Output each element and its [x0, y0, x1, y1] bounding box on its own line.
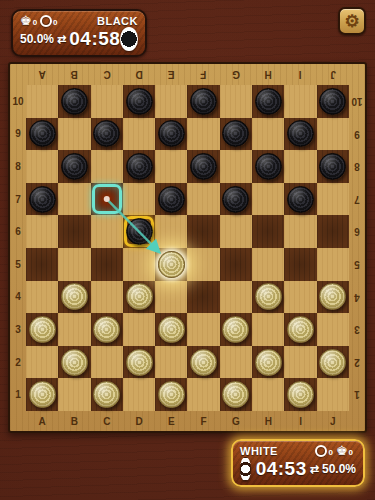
square-A6[interactable]	[26, 215, 58, 248]
square-J2[interactable]	[317, 346, 349, 379]
square-G7[interactable]	[220, 183, 252, 216]
black-piece-B8[interactable]	[61, 153, 88, 180]
file-label-bottom-H: H	[252, 411, 284, 431]
square-C2[interactable]	[91, 346, 123, 379]
black-piece-G9[interactable]	[222, 120, 249, 147]
rank-label-right-7: 7	[349, 183, 365, 216]
file-label-top-F: F	[187, 64, 219, 85]
white-piece-H4[interactable]	[255, 283, 282, 310]
rank-labels-left: 10987654321	[10, 85, 26, 411]
square-I4[interactable]	[284, 281, 316, 314]
square-I1[interactable]	[284, 378, 316, 411]
square-J6[interactable]	[317, 215, 349, 248]
rank-label-left-1: 1	[10, 378, 26, 411]
square-A5[interactable]	[26, 248, 58, 281]
rank-label-left-8: 8	[10, 150, 26, 183]
square-I7[interactable]	[284, 183, 316, 216]
square-D7[interactable]	[123, 183, 155, 216]
square-B4[interactable]	[58, 281, 90, 314]
square-C7[interactable]	[91, 183, 123, 216]
white-piece-I1[interactable]	[287, 381, 314, 408]
file-label-bottom-D: D	[123, 411, 155, 431]
square-G4[interactable]	[220, 281, 252, 314]
rank-label-right-6: 6	[349, 215, 365, 248]
black-captured-kings-icon: ♚	[20, 14, 32, 27]
white-piece-B2[interactable]	[61, 349, 88, 376]
square-B9[interactable]	[58, 118, 90, 151]
white-piece-D4[interactable]	[126, 283, 153, 310]
white-piece-J4[interactable]	[319, 283, 346, 310]
square-E9[interactable]	[155, 118, 187, 151]
file-label-top-A: A	[26, 64, 58, 85]
white-piece-A1[interactable]	[29, 381, 56, 408]
square-A7[interactable]	[26, 183, 58, 216]
black-timer: 04:58	[69, 28, 120, 50]
square-B7[interactable]	[58, 183, 90, 216]
black-piece-F8[interactable]	[190, 153, 217, 180]
white-captured-kings-count: 0	[349, 448, 353, 457]
rank-label-left-2: 2	[10, 346, 26, 379]
settings-button[interactable]: ⚙	[338, 7, 366, 35]
square-G1[interactable]	[220, 378, 252, 411]
black-piece-B10[interactable]	[61, 88, 88, 115]
square-I2[interactable]	[284, 346, 316, 379]
square-F7[interactable]	[187, 183, 219, 216]
square-D3[interactable]	[123, 313, 155, 346]
white-piece-A3[interactable]	[29, 316, 56, 343]
file-label-bottom-J: J	[317, 411, 349, 431]
square-F4[interactable]	[187, 281, 219, 314]
square-C4[interactable]	[91, 281, 123, 314]
move-from-highlight	[92, 184, 122, 215]
file-label-bottom-G: G	[220, 411, 252, 431]
square-E4[interactable]	[155, 281, 187, 314]
black-piece-F10[interactable]	[190, 88, 217, 115]
black-captured-men-icon	[40, 15, 52, 27]
black-piece-A9[interactable]	[29, 120, 56, 147]
square-G3[interactable]	[220, 313, 252, 346]
play-area	[26, 85, 349, 411]
square-G5[interactable]	[220, 248, 252, 281]
square-C6[interactable]	[91, 215, 123, 248]
square-H7[interactable]	[252, 183, 284, 216]
square-D5[interactable]	[123, 248, 155, 281]
square-A10[interactable]	[26, 85, 58, 118]
square-H10[interactable]	[252, 85, 284, 118]
white-captured-men-count: 0	[328, 448, 332, 457]
square-I3[interactable]	[284, 313, 316, 346]
square-I9[interactable]	[284, 118, 316, 151]
square-E7[interactable]	[155, 183, 187, 216]
square-E8[interactable]	[155, 150, 187, 183]
black-piece-H8[interactable]	[255, 153, 282, 180]
square-F5[interactable]	[187, 248, 219, 281]
file-label-top-G: G	[220, 64, 252, 85]
file-labels-top: ABCDEFGHIJ	[26, 64, 349, 85]
square-E5[interactable]	[155, 248, 187, 281]
black-piece-G7[interactable]	[222, 186, 249, 213]
square-G2[interactable]	[220, 346, 252, 379]
black-win-percentage: 50.0%	[20, 32, 54, 46]
gear-icon: ⚙	[344, 11, 359, 32]
square-F1[interactable]	[187, 378, 219, 411]
file-label-top-J: J	[317, 64, 349, 85]
rank-label-left-6: 6	[10, 215, 26, 248]
rank-label-left-10: 10	[10, 85, 26, 118]
square-D2[interactable]	[123, 346, 155, 379]
black-piece-A7[interactable]	[29, 186, 56, 213]
square-J8[interactable]	[317, 150, 349, 183]
white-piece-H2[interactable]	[255, 349, 282, 376]
rank-label-left-4: 4	[10, 281, 26, 314]
square-G9[interactable]	[220, 118, 252, 151]
file-label-bottom-C: C	[91, 411, 123, 431]
square-D8[interactable]	[123, 150, 155, 183]
white-win-percentage: 50.0%	[322, 462, 356, 476]
black-piece-H10[interactable]	[255, 88, 282, 115]
black-piece-J10[interactable]	[319, 88, 346, 115]
white-color-indicator-icon	[240, 457, 251, 481]
black-piece-I9[interactable]	[287, 120, 314, 147]
square-F3[interactable]	[187, 313, 219, 346]
white-piece-D2[interactable]	[126, 349, 153, 376]
square-E10[interactable]	[155, 85, 187, 118]
rank-label-right-3: 3	[349, 313, 365, 346]
white-timer: 04:53	[256, 458, 307, 480]
black-piece-E9[interactable]	[158, 120, 185, 147]
square-C5[interactable]	[91, 248, 123, 281]
square-E1[interactable]	[155, 378, 187, 411]
square-A4[interactable]	[26, 281, 58, 314]
rank-label-right-8: 8	[349, 150, 365, 183]
square-H6[interactable]	[252, 215, 284, 248]
square-A2[interactable]	[26, 346, 58, 379]
black-piece-D8[interactable]	[126, 153, 153, 180]
white-piece-E1[interactable]	[158, 381, 185, 408]
white-piece-J2[interactable]	[319, 349, 346, 376]
square-I5[interactable]	[284, 248, 316, 281]
square-A9[interactable]	[26, 118, 58, 151]
file-label-top-E: E	[155, 64, 187, 85]
black-captured-men-count: 0	[53, 18, 57, 27]
square-B3[interactable]	[58, 313, 90, 346]
square-B8[interactable]	[58, 150, 90, 183]
square-D4[interactable]	[123, 281, 155, 314]
black-piece-C9[interactable]	[93, 120, 120, 147]
square-G10[interactable]	[220, 85, 252, 118]
black-player-name: BLACK	[97, 15, 138, 27]
square-J7[interactable]	[317, 183, 349, 216]
white-piece-E3[interactable]	[158, 316, 185, 343]
square-D1[interactable]	[123, 378, 155, 411]
square-H4[interactable]	[252, 281, 284, 314]
white-piece-I3[interactable]	[287, 316, 314, 343]
square-C1[interactable]	[91, 378, 123, 411]
white-piece-C3[interactable]	[93, 316, 120, 343]
square-J9[interactable]	[317, 118, 349, 151]
white-player-panel: WHITE 0 ♚ 0 04:53 ⇄ 50.0%	[231, 439, 365, 487]
file-label-bottom-B: B	[58, 411, 90, 431]
square-E6[interactable]	[155, 215, 187, 248]
square-D6[interactable]	[123, 215, 155, 248]
square-F10[interactable]	[187, 85, 219, 118]
rank-label-left-7: 7	[10, 183, 26, 216]
file-label-bottom-E: E	[155, 411, 187, 431]
square-I10[interactable]	[284, 85, 316, 118]
file-label-bottom-F: F	[187, 411, 219, 431]
square-J4[interactable]	[317, 281, 349, 314]
file-label-top-H: H	[252, 64, 284, 85]
file-label-top-B: B	[58, 64, 90, 85]
file-labels-bottom: ABCDEFGHIJ	[26, 411, 349, 431]
square-F8[interactable]	[187, 150, 219, 183]
square-C3[interactable]	[91, 313, 123, 346]
rank-label-right-10: 10	[349, 85, 365, 118]
square-F2[interactable]	[187, 346, 219, 379]
black-captured-kings-count: 0	[33, 18, 37, 27]
square-F9[interactable]	[187, 118, 219, 151]
square-B2[interactable]	[58, 346, 90, 379]
square-F6[interactable]	[187, 215, 219, 248]
black-piece-D10[interactable]	[126, 88, 153, 115]
white-player-name: WHITE	[240, 445, 278, 457]
square-J3[interactable]	[317, 313, 349, 346]
square-H1[interactable]	[252, 378, 284, 411]
square-C10[interactable]	[91, 85, 123, 118]
file-label-bottom-A: A	[26, 411, 58, 431]
black-piece-D6[interactable]	[126, 218, 153, 245]
white-piece-G1[interactable]	[222, 381, 249, 408]
white-piece-B4[interactable]	[61, 283, 88, 310]
black-swap-arrows-icon: ⇄	[57, 33, 66, 46]
rank-labels-right: 10987654321	[349, 85, 365, 411]
square-G6[interactable]	[220, 215, 252, 248]
square-D9[interactable]	[123, 118, 155, 151]
white-swap-arrows-icon: ⇄	[310, 463, 319, 476]
square-A1[interactable]	[26, 378, 58, 411]
rank-label-right-2: 2	[349, 346, 365, 379]
square-E3[interactable]	[155, 313, 187, 346]
black-player-panel: ♚ 0 0 BLACK 50.0% ⇄ 04:58	[11, 9, 147, 57]
app-background: { "game": "checkers-international-draugh…	[0, 0, 375, 500]
square-B1[interactable]	[58, 378, 90, 411]
white-piece-G3[interactable]	[222, 316, 249, 343]
square-H8[interactable]	[252, 150, 284, 183]
square-J1[interactable]	[317, 378, 349, 411]
file-label-top-I: I	[284, 64, 316, 85]
square-C9[interactable]	[91, 118, 123, 151]
square-C8[interactable]	[91, 150, 123, 183]
square-B5[interactable]	[58, 248, 90, 281]
square-E2[interactable]	[155, 346, 187, 379]
square-J10[interactable]	[317, 85, 349, 118]
white-captured-kings-icon: ♚	[336, 444, 348, 457]
white-piece-F2[interactable]	[190, 349, 217, 376]
square-B6[interactable]	[58, 215, 90, 248]
white-piece-C1[interactable]	[93, 381, 120, 408]
black-piece-J8[interactable]	[319, 153, 346, 180]
rank-label-left-9: 9	[10, 118, 26, 151]
square-H3[interactable]	[252, 313, 284, 346]
square-H2[interactable]	[252, 346, 284, 379]
square-G8[interactable]	[220, 150, 252, 183]
black-piece-I7[interactable]	[287, 186, 314, 213]
game-board: ABCDEFGHIJ ABCDEFGHIJ 10987654321 109876…	[8, 62, 367, 433]
rank-label-right-1: 1	[349, 378, 365, 411]
square-A8[interactable]	[26, 150, 58, 183]
file-label-bottom-I: I	[284, 411, 316, 431]
square-I8[interactable]	[284, 150, 316, 183]
rank-label-left-3: 3	[10, 313, 26, 346]
rank-label-right-9: 9	[349, 118, 365, 151]
file-label-top-D: D	[123, 64, 155, 85]
square-B10[interactable]	[58, 85, 90, 118]
white-captured-men-icon	[315, 445, 327, 457]
black-piece-E7[interactable]	[158, 186, 185, 213]
square-D10[interactable]	[123, 85, 155, 118]
black-color-indicator-icon	[120, 27, 138, 51]
square-A3[interactable]	[26, 313, 58, 346]
file-label-top-C: C	[91, 64, 123, 85]
square-H9[interactable]	[252, 118, 284, 151]
rank-label-right-5: 5	[349, 248, 365, 281]
white-piece-E5[interactable]	[158, 251, 185, 278]
rank-label-right-4: 4	[349, 281, 365, 314]
rank-label-left-5: 5	[10, 248, 26, 281]
square-J5[interactable]	[317, 248, 349, 281]
square-H5[interactable]	[252, 248, 284, 281]
square-I6[interactable]	[284, 215, 316, 248]
